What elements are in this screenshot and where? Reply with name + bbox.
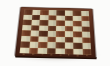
square-b2 (29, 41, 38, 47)
square-b4 (30, 30, 39, 36)
square-f2 (64, 42, 73, 48)
square-h2 (82, 42, 91, 48)
square-d3 (47, 36, 56, 42)
square-f6 (65, 20, 73, 25)
file-label-f: f (68, 54, 69, 56)
chess-board-grid (20, 9, 92, 54)
square-d6 (48, 20, 57, 25)
square-c3 (38, 36, 47, 42)
square-f4 (64, 31, 73, 37)
square-h7 (81, 15, 89, 20)
square-c7 (40, 14, 49, 19)
square-g5 (73, 25, 82, 31)
square-e6 (56, 20, 64, 25)
square-e8 (56, 10, 64, 15)
square-d7 (48, 15, 56, 20)
square-c6 (39, 19, 48, 24)
file-label-e: e (59, 54, 61, 56)
file-label-c: c (41, 54, 43, 56)
square-a4 (21, 30, 30, 36)
square-g7 (73, 15, 81, 20)
chess-board: abcdefgh (15, 7, 96, 58)
file-label-d: d (50, 54, 52, 56)
square-f7 (65, 15, 73, 20)
square-g2 (73, 42, 82, 48)
file-label-h: h (86, 55, 88, 57)
square-h8 (81, 10, 89, 15)
square-f5 (64, 25, 72, 31)
square-e2 (56, 42, 65, 48)
square-b5 (31, 25, 40, 31)
square-b6 (31, 19, 40, 24)
square-g8 (73, 10, 81, 15)
square-b7 (31, 14, 40, 19)
square-d5 (48, 25, 57, 31)
square-c5 (39, 25, 48, 31)
square-h4 (81, 31, 90, 37)
square-c4 (39, 30, 48, 36)
product-photo-scene: abcdefgh (0, 0, 110, 66)
square-d4 (47, 30, 56, 36)
square-e5 (56, 25, 65, 31)
square-g4 (73, 31, 82, 37)
square-d8 (48, 10, 56, 15)
square-c2 (38, 41, 47, 47)
file-label-b: b (32, 53, 34, 55)
square-f8 (65, 10, 73, 15)
square-d2 (47, 42, 56, 48)
square-e4 (56, 31, 65, 37)
square-b3 (30, 35, 39, 41)
square-h3 (82, 37, 91, 43)
square-e7 (56, 15, 64, 20)
square-f3 (64, 36, 73, 42)
square-g6 (73, 20, 81, 25)
square-h6 (81, 20, 90, 25)
file-label-g: g (77, 54, 79, 56)
square-g3 (73, 36, 82, 42)
square-e3 (56, 36, 65, 42)
square-h5 (81, 26, 90, 32)
file-label-a: a (23, 53, 25, 55)
square-c8 (40, 9, 48, 14)
